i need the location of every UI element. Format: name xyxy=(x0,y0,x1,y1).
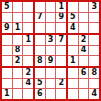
cell-r7c7[interactable] xyxy=(68,68,78,78)
cell-r1c9[interactable]: 3 xyxy=(89,2,99,12)
cell-r1c8[interactable] xyxy=(79,2,89,12)
cell-r8c9[interactable] xyxy=(89,79,99,89)
cell-r5c7[interactable] xyxy=(68,46,78,56)
cell-r5c4[interactable] xyxy=(35,46,45,56)
cell-r6c6[interactable] xyxy=(56,56,66,66)
cell-r5c9[interactable] xyxy=(89,46,99,56)
cell-r8c3[interactable]: 4 xyxy=(23,79,33,89)
cell-r5c5[interactable] xyxy=(46,46,56,56)
cell-r9c7[interactable] xyxy=(68,89,78,99)
cell-r4c6[interactable]: 7 xyxy=(56,35,66,45)
cell-r2c2[interactable] xyxy=(13,13,23,23)
cell-r9c5[interactable] xyxy=(46,89,56,99)
cell-r4c2[interactable] xyxy=(13,35,23,45)
cell-r4c9[interactable] xyxy=(89,35,99,45)
cell-r4c1[interactable] xyxy=(2,35,12,45)
cell-r4c4[interactable] xyxy=(35,35,45,45)
cell-r7c4[interactable] xyxy=(35,68,45,78)
cell-r9c8[interactable] xyxy=(79,89,89,99)
cell-r7c1[interactable] xyxy=(2,68,12,78)
cell-r9c2[interactable] xyxy=(13,89,23,99)
cell-r3c9[interactable] xyxy=(89,23,99,33)
cell-r5c8[interactable]: 4 xyxy=(79,46,89,56)
cell-r2c5[interactable] xyxy=(46,13,56,23)
box-5: 3789 xyxy=(35,35,66,66)
cell-r6c8[interactable] xyxy=(79,56,89,66)
cell-r3c7[interactable]: 4 xyxy=(68,23,78,33)
cell-r2c3[interactable] xyxy=(23,13,33,23)
cell-r1c7[interactable] xyxy=(68,2,78,12)
cell-r3c4[interactable] xyxy=(35,23,45,33)
cell-r1c2[interactable] xyxy=(13,2,23,12)
box-2: 179 xyxy=(35,2,66,33)
cell-r2c4[interactable]: 7 xyxy=(35,13,45,23)
cell-r9c9[interactable]: 4 xyxy=(89,89,99,99)
cell-r8c1[interactable] xyxy=(2,79,12,89)
box-7: 241 xyxy=(2,68,33,99)
cell-r8c2[interactable] xyxy=(13,79,23,89)
cell-r2c1[interactable] xyxy=(2,13,12,23)
cell-r6c5[interactable]: 9 xyxy=(46,56,56,66)
cell-r4c8[interactable]: 2 xyxy=(79,35,89,45)
cell-r7c6[interactable] xyxy=(56,68,66,78)
cell-r6c9[interactable] xyxy=(89,56,99,66)
box-4: 182 xyxy=(2,35,33,66)
cell-r3c6[interactable] xyxy=(56,23,66,33)
cell-r9c3[interactable] xyxy=(23,89,33,99)
box-9: 684 xyxy=(68,68,99,99)
cell-r6c1[interactable] xyxy=(2,56,12,66)
cell-r2c7[interactable]: 5 xyxy=(68,13,78,23)
cell-r5c2[interactable]: 8 xyxy=(13,46,23,56)
cell-r8c5[interactable] xyxy=(46,79,56,89)
cell-r7c2[interactable] xyxy=(13,68,23,78)
cell-r3c1[interactable]: 9 xyxy=(2,23,12,33)
box-6: 241 xyxy=(68,35,99,66)
cell-r1c5[interactable] xyxy=(46,2,56,12)
box-3: 354 xyxy=(68,2,99,33)
cell-r6c7[interactable]: 1 xyxy=(68,56,78,66)
cell-r8c7[interactable] xyxy=(68,79,78,89)
cell-r1c4[interactable] xyxy=(35,2,45,12)
cell-r7c5[interactable] xyxy=(46,68,56,78)
cell-r6c3[interactable] xyxy=(23,56,33,66)
cell-r3c8[interactable] xyxy=(79,23,89,33)
box-1: 591 xyxy=(2,2,33,33)
cell-r6c2[interactable]: 2 xyxy=(13,56,23,66)
cell-r8c8[interactable] xyxy=(79,79,89,89)
cell-r4c3[interactable]: 1 xyxy=(23,35,33,45)
cell-r3c3[interactable] xyxy=(23,23,33,33)
cell-r5c3[interactable] xyxy=(23,46,33,56)
cell-r5c6[interactable] xyxy=(56,46,66,56)
cell-r8c4[interactable]: 5 xyxy=(35,79,45,89)
cell-r4c5[interactable]: 3 xyxy=(46,35,56,45)
cell-r3c5[interactable] xyxy=(46,23,56,33)
cell-r2c8[interactable] xyxy=(79,13,89,23)
cell-r1c6[interactable]: 1 xyxy=(56,2,66,12)
cell-r2c6[interactable]: 9 xyxy=(56,13,66,23)
cell-r2c9[interactable] xyxy=(89,13,99,23)
cell-r4c7[interactable] xyxy=(68,35,78,45)
cell-r5c1[interactable] xyxy=(2,46,12,56)
cell-r7c8[interactable]: 6 xyxy=(79,68,89,78)
cell-r7c9[interactable]: 8 xyxy=(89,68,99,78)
cell-r1c3[interactable] xyxy=(23,2,33,12)
sudoku-board: 5911793541823789241241526684 xyxy=(0,0,101,101)
cell-r6c4[interactable]: 8 xyxy=(35,56,45,66)
box-8: 526 xyxy=(35,68,66,99)
cell-r1c1[interactable]: 5 xyxy=(2,2,12,12)
cell-r9c4[interactable]: 6 xyxy=(35,89,45,99)
cell-r9c1[interactable]: 1 xyxy=(2,89,12,99)
cell-r3c2[interactable]: 1 xyxy=(13,23,23,33)
cell-r9c6[interactable] xyxy=(56,89,66,99)
cell-r7c3[interactable]: 2 xyxy=(23,68,33,78)
cell-r8c6[interactable]: 2 xyxy=(56,79,66,89)
